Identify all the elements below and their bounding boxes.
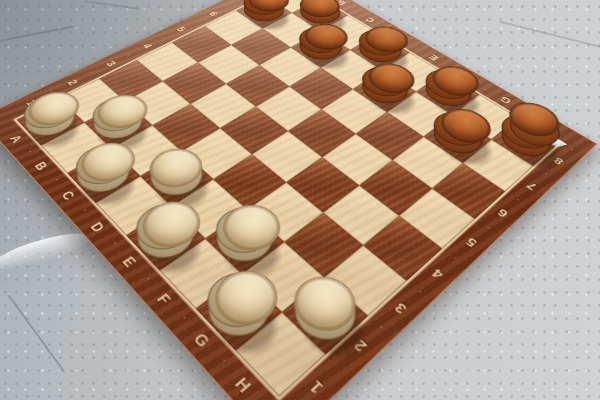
square-g7[interactable]: ⛂ <box>424 115 492 163</box>
checker-stack-dark-e7[interactable]: ⛂ <box>350 69 418 114</box>
concrete-crack <box>0 26 73 43</box>
pavement-scrap <box>0 227 93 276</box>
scene: ABCDEFGH ABCDEFGH 87654321 87654321 ⛂⛂⛂⛂… <box>0 0 600 400</box>
concrete-crack <box>84 0 140 9</box>
concrete-crack <box>7 294 65 373</box>
square-h8[interactable]: ⛂ <box>491 118 559 166</box>
concrete-crack <box>499 21 600 49</box>
square-b2[interactable]: ⛀ <box>84 101 152 148</box>
